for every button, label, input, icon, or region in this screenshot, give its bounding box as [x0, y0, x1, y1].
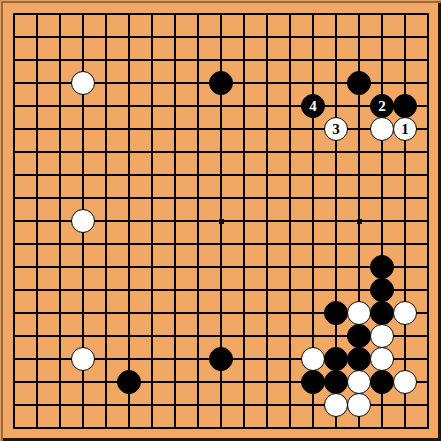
go-board[interactable]: 4231 [0, 0, 441, 441]
grid-line-vertical [289, 13, 291, 429]
move-number-label: 1 [401, 122, 409, 137]
black-stone[interactable] [324, 347, 348, 371]
white-stone[interactable] [393, 301, 417, 325]
black-stone[interactable] [324, 301, 348, 325]
white-stone[interactable] [393, 370, 417, 394]
black-stone[interactable] [370, 278, 394, 302]
white-stone[interactable] [71, 209, 95, 233]
white-stone[interactable]: 1 [393, 117, 417, 141]
grid-line-horizontal [13, 427, 429, 429]
black-stone[interactable] [209, 71, 233, 95]
black-stone[interactable]: 2 [370, 94, 394, 118]
black-stone[interactable] [393, 94, 417, 118]
grid-line-vertical [266, 13, 268, 429]
grid-line-horizontal [13, 289, 429, 291]
white-stone[interactable] [324, 393, 348, 417]
star-point [357, 219, 362, 224]
black-stone[interactable] [209, 347, 233, 371]
black-stone[interactable] [324, 370, 348, 394]
black-stone[interactable] [301, 370, 325, 394]
white-stone[interactable] [347, 370, 371, 394]
black-stone[interactable] [347, 71, 371, 95]
black-stone[interactable] [370, 255, 394, 279]
white-stone[interactable] [347, 301, 371, 325]
black-stone[interactable] [347, 347, 371, 371]
move-number-label: 4 [309, 99, 317, 114]
black-stone[interactable] [370, 370, 394, 394]
white-stone[interactable] [370, 324, 394, 348]
grid-line-vertical [243, 13, 245, 429]
white-stone[interactable] [347, 393, 371, 417]
grid-line-vertical [404, 13, 406, 429]
white-stone[interactable] [370, 117, 394, 141]
white-stone[interactable] [71, 71, 95, 95]
grid-line-horizontal [13, 243, 429, 245]
black-stone[interactable] [347, 324, 371, 348]
star-point [219, 219, 224, 224]
grid-line-vertical [427, 13, 429, 429]
move-number-label: 2 [378, 99, 386, 114]
white-stone[interactable] [71, 347, 95, 371]
white-stone[interactable] [301, 347, 325, 371]
black-stone[interactable] [370, 301, 394, 325]
black-stone[interactable]: 4 [301, 94, 325, 118]
black-stone[interactable] [117, 370, 141, 394]
grid-line-horizontal [13, 266, 429, 268]
white-stone[interactable] [370, 347, 394, 371]
move-number-label: 3 [332, 122, 340, 137]
white-stone[interactable]: 3 [324, 117, 348, 141]
